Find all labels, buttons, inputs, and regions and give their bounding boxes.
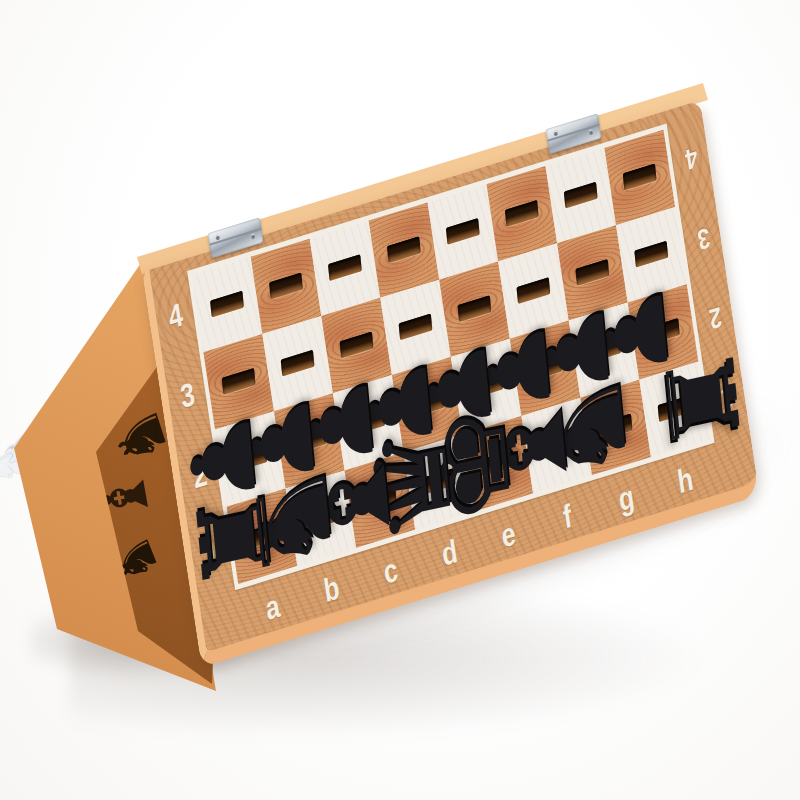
- piece-black-rook-h1[interactable]: ♜: [667, 353, 734, 444]
- square-h3[interactable]: [616, 207, 687, 302]
- white-piece-silhouette-small: ♞: [0, 430, 40, 500]
- hinge-right: [546, 113, 602, 154]
- piece-slot-b3: [281, 350, 315, 377]
- floor-shadow: [70, 590, 710, 740]
- piece-black-pawn-b2[interactable]: ♟: [248, 397, 315, 488]
- piece-slot-a2: [233, 445, 267, 472]
- square-g4[interactable]: [545, 148, 616, 243]
- square-d2[interactable]: [392, 357, 463, 452]
- square-f1[interactable]: [521, 398, 592, 493]
- piece-slot-h4: [623, 164, 657, 191]
- square-e2[interactable]: [451, 339, 522, 434]
- piece-slot-f2: [528, 354, 562, 381]
- piece-slot-f4: [505, 200, 539, 227]
- piece-slot-c4: [328, 254, 362, 281]
- square-c2[interactable]: [333, 375, 404, 470]
- rank-labels-right-1: 1: [707, 352, 749, 441]
- rank-labels-right-4: 4: [670, 113, 712, 202]
- rank-labels-left-4: 4: [153, 271, 200, 361]
- hinge-screw: [251, 233, 256, 239]
- fold-ridge: [0, 0, 800, 800]
- piece-black-bishop-f1[interactable]: ♝: [496, 402, 563, 493]
- square-d4[interactable]: [369, 202, 440, 297]
- piece-black-pawn-h2[interactable]: ♟: [602, 289, 669, 380]
- piece-slot-c1: [363, 486, 397, 513]
- back-half-piece-silhouette: ♞: [84, 508, 188, 612]
- folded-back-panel: [0, 0, 800, 800]
- piece-slot-d4: [387, 236, 421, 263]
- white-piece-silhouette[interactable]: ♞: [0, 397, 81, 497]
- piece-black-pawn-g2[interactable]: ♟: [543, 307, 610, 398]
- piece-slot-e4: [446, 218, 480, 245]
- square-e3[interactable]: [439, 261, 510, 356]
- file-labels-bottom-f: f: [535, 485, 601, 548]
- piece-black-bishop-c1[interactable]: ♝: [319, 457, 386, 548]
- hinge-seam: [209, 228, 261, 246]
- square-f3[interactable]: [498, 243, 569, 338]
- piece-black-pawn-e2[interactable]: ♟: [425, 343, 492, 434]
- piece-slot-h1: [658, 395, 692, 422]
- piece-slot-e2: [469, 373, 503, 400]
- file-labels-bottom-a: a: [240, 576, 306, 639]
- hinge-screw: [215, 234, 220, 240]
- square-d3[interactable]: [380, 280, 451, 375]
- square-g1[interactable]: [580, 380, 651, 475]
- piece-slot-d2: [410, 391, 444, 418]
- piece-black-pawn-d2[interactable]: ♟: [366, 361, 433, 452]
- piece-slot-e3: [458, 295, 492, 322]
- file-labels-bottom-h: h: [652, 449, 718, 512]
- piece-slot-g4: [564, 182, 598, 209]
- square-c3[interactable]: [321, 298, 392, 393]
- piece-slot-a3: [222, 368, 256, 395]
- file-labels-bottom: abcdefgh: [240, 449, 718, 640]
- chess-board-face: ♟♟♟♟♟♟♟♟♜♞♝♛♚♝♞♜ 4321 4321 abcdefgh: [142, 100, 760, 667]
- file-labels-bottom-d: d: [417, 522, 483, 585]
- piece-slot-h3: [634, 241, 668, 268]
- file-labels-bottom-g: g: [594, 467, 660, 530]
- piece-slot-e1: [481, 450, 515, 477]
- piece-slot-g3: [575, 259, 609, 286]
- board-frame-line: [187, 123, 715, 590]
- piece-slot-b2: [292, 427, 326, 454]
- square-a1[interactable]: [227, 489, 298, 584]
- piece-slot-g2: [587, 336, 621, 363]
- piece-slot-h2: [646, 318, 680, 345]
- piece-slot-g1: [599, 414, 633, 441]
- piece-slot-b1: [304, 504, 338, 531]
- rank-labels-left-3: 3: [165, 351, 212, 441]
- rank-labels-right-2: 2: [695, 273, 737, 362]
- square-b4[interactable]: [251, 239, 322, 334]
- piece-black-pawn-f2[interactable]: ♟: [484, 325, 551, 416]
- square-g3[interactable]: [557, 225, 628, 320]
- floor-shadow-left: [30, 600, 260, 680]
- square-e4[interactable]: [428, 184, 499, 279]
- piece-black-king-e1[interactable]: ♚: [437, 420, 504, 511]
- square-b3[interactable]: [262, 316, 333, 411]
- square-h1[interactable]: [639, 362, 710, 457]
- square-a2[interactable]: [215, 411, 286, 506]
- file-labels-bottom-e: e: [476, 504, 542, 567]
- rank-labels-left: 4321: [153, 271, 236, 601]
- square-h4[interactable]: [604, 130, 675, 225]
- piece-black-rook-a1[interactable]: ♜: [201, 493, 268, 584]
- file-labels-bottom-c: c: [358, 540, 424, 603]
- piece-black-knight-b1[interactable]: ♞: [260, 475, 327, 566]
- piece-slot-f1: [540, 432, 574, 459]
- square-c1[interactable]: [345, 452, 416, 547]
- square-d1[interactable]: [404, 434, 475, 529]
- piece-slot-a4: [210, 291, 244, 318]
- piece-slot-d1: [422, 468, 456, 495]
- rank-labels-right: 4321: [670, 113, 748, 441]
- back-half-piece-silhouette: ♝: [73, 445, 177, 549]
- piece-black-pawn-a2[interactable]: ♟: [189, 416, 256, 507]
- square-a3[interactable]: [203, 334, 274, 429]
- product-photo-scene: ♞ ♞ ♞ ♝ ♞ ♟♟♟♟♟♟♟♟♜♞♝♛♚♝♞♜ 4321 4321 abc…: [0, 0, 800, 800]
- piece-black-pawn-c2[interactable]: ♟: [307, 379, 374, 470]
- rank-labels-right-3: 3: [682, 193, 724, 282]
- hinge-left: [208, 217, 264, 258]
- square-g2[interactable]: [569, 302, 640, 397]
- file-labels-bottom-b: b: [299, 558, 365, 621]
- square-c4[interactable]: [310, 221, 381, 316]
- piece-slot-b4: [269, 273, 303, 300]
- piece-black-queen-d1[interactable]: ♛: [378, 438, 445, 529]
- square-f4[interactable]: [487, 166, 558, 261]
- floor-shadow-bottom-edge: [198, 339, 800, 692]
- tent-interior-shadow: ♞ ♝ ♞: [0, 0, 800, 800]
- square-b2[interactable]: [274, 393, 345, 488]
- square-h2[interactable]: [628, 284, 699, 379]
- piece-slot-a1: [245, 522, 279, 549]
- square-b1[interactable]: [286, 470, 357, 565]
- hinge-screw: [553, 130, 558, 136]
- piece-slot-c3: [340, 332, 374, 359]
- square-a4[interactable]: [192, 257, 263, 352]
- piece-slot-f3: [516, 277, 550, 304]
- piece-slot-c2: [351, 409, 385, 436]
- rank-labels-left-2: 2: [177, 431, 224, 521]
- rank-labels-left-1: 1: [189, 511, 236, 601]
- piece-slot-d3: [399, 313, 433, 340]
- square-f2[interactable]: [510, 321, 581, 416]
- square-e1[interactable]: [462, 416, 533, 511]
- piece-black-knight-g1[interactable]: ♞: [554, 384, 621, 475]
- board-grid: ♟♟♟♟♟♟♟♟♜♞♝♛♚♝♞♜: [192, 130, 710, 584]
- back-half-piece-silhouette: ♞: [84, 380, 197, 493]
- hinge-screw: [589, 129, 594, 135]
- hinge-seam: [547, 124, 599, 142]
